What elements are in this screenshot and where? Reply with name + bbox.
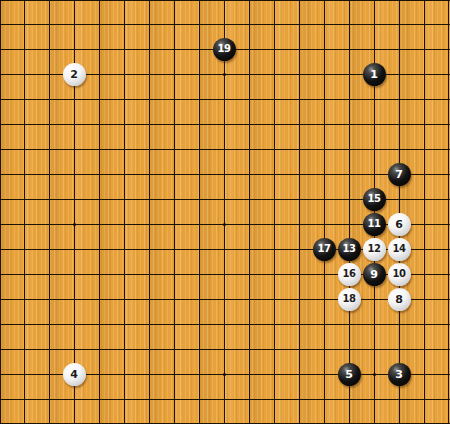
star-point: [223, 73, 226, 76]
stone-black-7[interactable]: 7: [388, 163, 411, 186]
star-point: [223, 373, 226, 376]
grid-line-horizontal: [0, 349, 450, 350]
move-number-label: 17: [318, 244, 331, 254]
star-point: [73, 223, 76, 226]
grid-line-vertical: [324, 0, 325, 424]
stone-white-8[interactable]: 8: [388, 288, 411, 311]
move-number-label: 18: [343, 294, 356, 304]
move-number-label: 2: [70, 69, 78, 80]
move-number-label: 11: [368, 219, 381, 229]
grid-line-horizontal: [0, 124, 450, 125]
star-point: [373, 373, 376, 376]
move-number-label: 14: [393, 244, 406, 254]
stone-black-5[interactable]: 5: [338, 363, 361, 386]
grid-line-vertical: [124, 0, 125, 424]
stone-white-16[interactable]: 16: [338, 263, 361, 286]
grid-line-vertical: [448, 0, 449, 424]
move-number-label: 12: [368, 244, 381, 254]
grid-line-horizontal: [0, 0, 450, 1]
grid-line-vertical: [249, 0, 250, 424]
stone-black-3[interactable]: 3: [388, 363, 411, 386]
grid-line-vertical: [24, 0, 25, 424]
stone-white-10[interactable]: 10: [388, 263, 411, 286]
grid-line-horizontal: [0, 149, 450, 150]
grid-line-horizontal: [0, 399, 450, 400]
stone-black-13[interactable]: 13: [338, 238, 361, 261]
move-number-label: 13: [343, 244, 356, 254]
stone-black-1[interactable]: 1: [363, 63, 386, 86]
grid-line-vertical: [49, 0, 50, 424]
move-number-label: 9: [370, 269, 378, 280]
stone-white-4[interactable]: 4: [63, 363, 86, 386]
grid-line-vertical: [424, 0, 425, 424]
move-number-label: 1: [370, 69, 378, 80]
stone-white-18[interactable]: 18: [338, 288, 361, 311]
stone-black-15[interactable]: 15: [363, 188, 386, 211]
grid-line-vertical: [174, 0, 175, 424]
move-number-label: 7: [395, 169, 403, 180]
stone-white-2[interactable]: 2: [63, 63, 86, 86]
stone-black-17[interactable]: 17: [313, 238, 336, 261]
move-number-label: 3: [395, 369, 403, 380]
move-number-label: 10: [393, 269, 406, 279]
grid-line-vertical: [149, 0, 150, 424]
grid-line-horizontal: [0, 324, 450, 325]
grid-line-vertical: [99, 0, 100, 424]
grid-line-vertical: [299, 0, 300, 424]
stone-black-19[interactable]: 19: [213, 38, 236, 61]
stone-black-11[interactable]: 11: [363, 213, 386, 236]
move-number-label: 8: [395, 294, 403, 305]
grid-line-horizontal: [0, 174, 450, 175]
stone-white-12[interactable]: 12: [363, 238, 386, 261]
star-point: [223, 223, 226, 226]
move-number-label: 4: [70, 369, 78, 380]
grid-line-horizontal: [0, 24, 450, 25]
grid-line-horizontal: [0, 299, 450, 300]
grid-line-vertical: [0, 0, 1, 424]
move-number-label: 16: [343, 269, 356, 279]
move-number-label: 6: [395, 219, 403, 230]
stone-black-9[interactable]: 9: [363, 263, 386, 286]
go-board[interactable]: 12345678910111213141516171819: [0, 0, 450, 424]
grid-line-vertical: [274, 0, 275, 424]
move-number-label: 15: [368, 194, 381, 204]
grid-line-vertical: [224, 0, 225, 424]
grid-line-vertical: [349, 0, 350, 424]
move-number-label: 19: [218, 44, 231, 54]
move-number-label: 5: [345, 369, 353, 380]
grid-line-horizontal: [0, 99, 450, 100]
go-diagram: 12345678910111213141516171819: [0, 0, 450, 424]
stone-white-6[interactable]: 6: [388, 213, 411, 236]
stone-white-14[interactable]: 14: [388, 238, 411, 261]
grid-line-vertical: [199, 0, 200, 424]
